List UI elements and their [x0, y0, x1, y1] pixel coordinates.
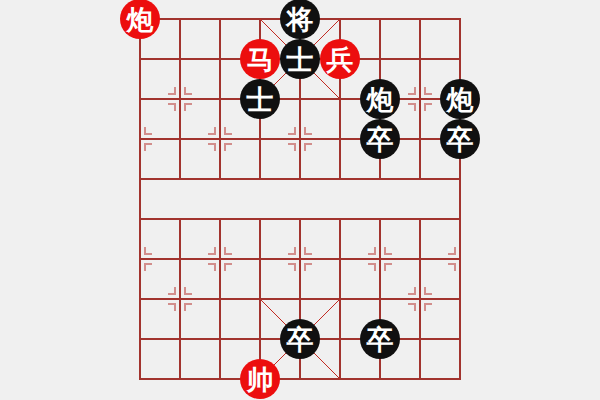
red-horse[interactable]: 马	[240, 39, 280, 79]
red-cannon[interactable]: 炮	[120, 0, 160, 39]
black-soldier[interactable]: 卒	[360, 119, 400, 159]
black-advisor[interactable]: 士	[240, 79, 280, 119]
black-soldier[interactable]: 卒	[440, 119, 480, 159]
red-general[interactable]: 帅	[240, 359, 280, 399]
black-advisor[interactable]: 士	[280, 39, 320, 79]
black-cannon[interactable]: 炮	[440, 79, 480, 119]
xiangqi-board: 炮将马士兵士炮炮卒卒卒卒帅	[0, 0, 600, 400]
black-soldier[interactable]: 卒	[280, 319, 320, 359]
black-soldier[interactable]: 卒	[360, 319, 400, 359]
red-soldier[interactable]: 兵	[320, 39, 360, 79]
black-general[interactable]: 将	[280, 0, 320, 39]
black-cannon[interactable]: 炮	[360, 79, 400, 119]
